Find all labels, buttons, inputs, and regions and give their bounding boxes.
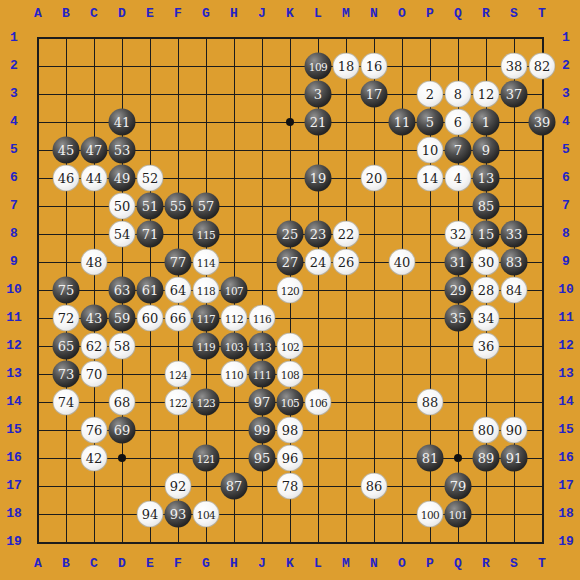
stone-move-number: 18 bbox=[338, 59, 355, 74]
stone-move-number: 14 bbox=[422, 171, 439, 186]
stone-black-11: 11 bbox=[389, 109, 416, 136]
row-label-right: 3 bbox=[553, 87, 579, 101]
stone-move-number: 22 bbox=[338, 227, 355, 242]
stone-black-75: 75 bbox=[53, 277, 80, 304]
stone-move-number: 9 bbox=[482, 143, 490, 158]
row-label-left: 16 bbox=[1, 451, 27, 465]
stone-move-number: 107 bbox=[225, 284, 244, 296]
row-label-left: 19 bbox=[1, 535, 27, 549]
stone-move-number: 118 bbox=[197, 284, 216, 296]
row-label-right: 12 bbox=[553, 339, 579, 353]
stone-move-number: 111 bbox=[253, 368, 272, 380]
stone-white-68: 68 bbox=[109, 389, 136, 416]
stone-move-number: 100 bbox=[421, 508, 440, 520]
stone-move-number: 94 bbox=[142, 507, 159, 522]
column-label-bottom: L bbox=[305, 557, 331, 571]
stone-move-number: 65 bbox=[58, 339, 75, 354]
stone-black-39: 39 bbox=[529, 109, 556, 136]
row-label-right: 6 bbox=[553, 171, 579, 185]
stone-white-80: 80 bbox=[473, 417, 500, 444]
star-point bbox=[286, 118, 294, 126]
stone-white-100: 100 bbox=[417, 501, 444, 528]
stone-move-number: 41 bbox=[114, 115, 131, 130]
stone-white-6: 6 bbox=[445, 109, 472, 136]
stone-black-81: 81 bbox=[417, 445, 444, 472]
stone-move-number: 52 bbox=[142, 171, 159, 186]
stone-move-number: 19 bbox=[310, 171, 327, 186]
column-label-top: L bbox=[305, 7, 331, 21]
stone-move-number: 37 bbox=[506, 87, 523, 102]
stone-white-12: 12 bbox=[473, 81, 500, 108]
column-label-top: O bbox=[389, 7, 415, 21]
stone-white-16: 16 bbox=[361, 53, 388, 80]
stone-white-62: 62 bbox=[81, 333, 108, 360]
stone-black-1: 1 bbox=[473, 109, 500, 136]
stone-move-number: 122 bbox=[169, 396, 188, 408]
column-label-bottom: D bbox=[109, 557, 135, 571]
stone-move-number: 33 bbox=[506, 227, 523, 242]
stone-move-number: 114 bbox=[197, 256, 216, 268]
stone-black-113: 113 bbox=[249, 333, 276, 360]
stone-move-number: 27 bbox=[282, 255, 299, 270]
row-label-right: 17 bbox=[553, 479, 579, 493]
stone-move-number: 68 bbox=[114, 395, 131, 410]
stone-move-number: 85 bbox=[478, 199, 495, 214]
stone-black-51: 51 bbox=[137, 193, 164, 220]
column-label-bottom: K bbox=[277, 557, 303, 571]
stone-move-number: 124 bbox=[169, 368, 188, 380]
stone-white-10: 10 bbox=[417, 137, 444, 164]
stone-black-111: 111 bbox=[249, 361, 276, 388]
stone-move-number: 61 bbox=[142, 283, 159, 298]
stone-move-number: 96 bbox=[282, 451, 299, 466]
stone-move-number: 70 bbox=[86, 367, 103, 382]
stone-white-36: 36 bbox=[473, 333, 500, 360]
column-label-top: D bbox=[109, 7, 135, 21]
stone-move-number: 24 bbox=[310, 255, 327, 270]
stone-move-number: 34 bbox=[478, 311, 495, 326]
stone-move-number: 15 bbox=[478, 227, 495, 242]
stone-move-number: 28 bbox=[478, 283, 495, 298]
stone-move-number: 80 bbox=[478, 423, 495, 438]
stone-white-86: 86 bbox=[361, 473, 388, 500]
column-label-top: F bbox=[165, 7, 191, 21]
stone-white-58: 58 bbox=[109, 333, 136, 360]
stone-white-34: 34 bbox=[473, 305, 500, 332]
stone-white-106: 106 bbox=[305, 389, 332, 416]
stone-white-94: 94 bbox=[137, 501, 164, 528]
stone-move-number: 89 bbox=[478, 451, 495, 466]
stone-move-number: 105 bbox=[281, 396, 300, 408]
stone-black-99: 99 bbox=[249, 417, 276, 444]
stone-black-13: 13 bbox=[473, 165, 500, 192]
stone-black-63: 63 bbox=[109, 277, 136, 304]
column-label-top: G bbox=[193, 7, 219, 21]
stone-move-number: 116 bbox=[253, 312, 272, 324]
stone-move-number: 54 bbox=[114, 227, 131, 242]
stone-move-number: 69 bbox=[114, 423, 131, 438]
column-label-bottom: H bbox=[221, 557, 247, 571]
stone-move-number: 79 bbox=[450, 479, 467, 494]
stone-move-number: 81 bbox=[422, 451, 439, 466]
stone-move-number: 112 bbox=[225, 312, 244, 324]
stone-move-number: 44 bbox=[86, 171, 103, 186]
stone-move-number: 84 bbox=[506, 283, 523, 298]
stone-white-96: 96 bbox=[277, 445, 304, 472]
stone-move-number: 26 bbox=[338, 255, 355, 270]
stone-move-number: 4 bbox=[454, 171, 462, 186]
row-label-left: 13 bbox=[1, 367, 27, 381]
stone-black-41: 41 bbox=[109, 109, 136, 136]
stone-move-number: 98 bbox=[282, 423, 299, 438]
stone-move-number: 43 bbox=[86, 311, 103, 326]
stone-move-number: 16 bbox=[366, 59, 383, 74]
stone-white-26: 26 bbox=[333, 249, 360, 276]
stone-black-53: 53 bbox=[109, 137, 136, 164]
column-label-top: P bbox=[417, 7, 443, 21]
stone-white-108: 108 bbox=[277, 361, 304, 388]
row-label-left: 9 bbox=[1, 255, 27, 269]
row-label-left: 12 bbox=[1, 339, 27, 353]
stone-black-123: 123 bbox=[193, 389, 220, 416]
stone-move-number: 23 bbox=[310, 227, 327, 242]
stone-move-number: 57 bbox=[198, 199, 215, 214]
row-label-right: 4 bbox=[553, 115, 579, 129]
stone-white-78: 78 bbox=[277, 473, 304, 500]
stone-move-number: 66 bbox=[170, 311, 187, 326]
stone-white-98: 98 bbox=[277, 417, 304, 444]
stone-black-69: 69 bbox=[109, 417, 136, 444]
stone-move-number: 120 bbox=[281, 284, 300, 296]
stone-black-37: 37 bbox=[501, 81, 528, 108]
stone-move-number: 46 bbox=[58, 171, 75, 186]
stone-move-number: 95 bbox=[254, 451, 271, 466]
stone-white-54: 54 bbox=[109, 221, 136, 248]
stone-move-number: 47 bbox=[86, 143, 103, 158]
stone-white-88: 88 bbox=[417, 389, 444, 416]
stone-white-116: 116 bbox=[249, 305, 276, 332]
stone-white-46: 46 bbox=[53, 165, 80, 192]
stone-move-number: 90 bbox=[506, 423, 523, 438]
stone-black-101: 101 bbox=[445, 501, 472, 528]
stone-white-76: 76 bbox=[81, 417, 108, 444]
row-label-right: 8 bbox=[553, 227, 579, 241]
stone-move-number: 20 bbox=[366, 171, 383, 186]
stone-white-48: 48 bbox=[81, 249, 108, 276]
stone-move-number: 76 bbox=[86, 423, 103, 438]
stone-move-number: 45 bbox=[58, 143, 75, 158]
stone-black-61: 61 bbox=[137, 277, 164, 304]
stone-black-97: 97 bbox=[249, 389, 276, 416]
stone-move-number: 40 bbox=[394, 255, 411, 270]
stone-white-118: 118 bbox=[193, 277, 220, 304]
stone-white-74: 74 bbox=[53, 389, 80, 416]
stone-move-number: 77 bbox=[170, 255, 187, 270]
stone-black-43: 43 bbox=[81, 305, 108, 332]
column-label-bottom: F bbox=[165, 557, 191, 571]
stone-black-23: 23 bbox=[305, 221, 332, 248]
column-label-top: A bbox=[25, 7, 51, 21]
row-label-right: 1 bbox=[553, 31, 579, 45]
stone-black-103: 103 bbox=[221, 333, 248, 360]
stone-move-number: 50 bbox=[114, 199, 131, 214]
stone-move-number: 117 bbox=[197, 312, 216, 324]
stone-move-number: 30 bbox=[478, 255, 495, 270]
stone-move-number: 3 bbox=[314, 87, 322, 102]
stone-black-105: 105 bbox=[277, 389, 304, 416]
stone-white-120: 120 bbox=[277, 277, 304, 304]
stone-white-40: 40 bbox=[389, 249, 416, 276]
stone-move-number: 88 bbox=[422, 395, 439, 410]
stone-move-number: 11 bbox=[394, 115, 411, 130]
stone-move-number: 64 bbox=[170, 283, 187, 298]
row-label-left: 6 bbox=[1, 171, 27, 185]
stone-black-27: 27 bbox=[277, 249, 304, 276]
stone-move-number: 62 bbox=[86, 339, 103, 354]
stone-move-number: 58 bbox=[114, 339, 131, 354]
stone-black-9: 9 bbox=[473, 137, 500, 164]
stone-white-124: 124 bbox=[165, 361, 192, 388]
column-label-bottom: O bbox=[389, 557, 415, 571]
stone-move-number: 10 bbox=[422, 143, 439, 158]
stone-move-number: 51 bbox=[142, 199, 159, 214]
column-label-top: C bbox=[81, 7, 107, 21]
stone-white-18: 18 bbox=[333, 53, 360, 80]
stone-black-89: 89 bbox=[473, 445, 500, 472]
stone-move-number: 102 bbox=[281, 340, 300, 352]
row-label-left: 10 bbox=[1, 283, 27, 297]
row-label-right: 5 bbox=[553, 143, 579, 157]
column-label-bottom: B bbox=[53, 557, 79, 571]
stone-move-number: 5 bbox=[426, 115, 434, 130]
stone-move-number: 60 bbox=[142, 311, 159, 326]
stone-white-112: 112 bbox=[221, 305, 248, 332]
stone-move-number: 82 bbox=[534, 59, 551, 74]
row-label-left: 7 bbox=[1, 199, 27, 213]
stone-move-number: 13 bbox=[478, 171, 495, 186]
stone-white-66: 66 bbox=[165, 305, 192, 332]
stone-black-71: 71 bbox=[137, 221, 164, 248]
stone-white-52: 52 bbox=[137, 165, 164, 192]
stone-white-38: 38 bbox=[501, 53, 528, 80]
stone-white-90: 90 bbox=[501, 417, 528, 444]
stone-move-number: 2 bbox=[426, 87, 434, 102]
stone-black-83: 83 bbox=[501, 249, 528, 276]
stone-move-number: 108 bbox=[281, 368, 300, 380]
stone-move-number: 72 bbox=[58, 311, 75, 326]
stone-move-number: 63 bbox=[114, 283, 131, 298]
stone-white-104: 104 bbox=[193, 501, 220, 528]
stone-white-30: 30 bbox=[473, 249, 500, 276]
stone-move-number: 75 bbox=[58, 283, 75, 298]
row-label-left: 14 bbox=[1, 395, 27, 409]
stone-move-number: 42 bbox=[86, 451, 103, 466]
row-label-left: 1 bbox=[1, 31, 27, 45]
stone-move-number: 93 bbox=[170, 507, 187, 522]
column-label-bottom: R bbox=[473, 557, 499, 571]
column-label-bottom: M bbox=[333, 557, 359, 571]
stone-move-number: 113 bbox=[253, 340, 272, 352]
stone-move-number: 106 bbox=[309, 396, 328, 408]
column-label-top: J bbox=[249, 7, 275, 21]
column-label-top: R bbox=[473, 7, 499, 21]
row-label-right: 18 bbox=[553, 507, 579, 521]
stone-white-14: 14 bbox=[417, 165, 444, 192]
stone-move-number: 29 bbox=[450, 283, 467, 298]
stone-black-17: 17 bbox=[361, 81, 388, 108]
stone-white-114: 114 bbox=[193, 249, 220, 276]
stone-black-15: 15 bbox=[473, 221, 500, 248]
row-label-right: 7 bbox=[553, 199, 579, 213]
stone-black-45: 45 bbox=[53, 137, 80, 164]
stone-move-number: 83 bbox=[506, 255, 523, 270]
stone-black-91: 91 bbox=[501, 445, 528, 472]
stone-white-84: 84 bbox=[501, 277, 528, 304]
go-board[interactable]: AABBCCDDEEFFGGHHJJKKLLMMNNOOPPQQRRSSTT11… bbox=[0, 0, 580, 580]
stone-black-55: 55 bbox=[165, 193, 192, 220]
row-label-right: 19 bbox=[553, 535, 579, 549]
row-label-right: 15 bbox=[553, 423, 579, 437]
stone-move-number: 119 bbox=[197, 340, 216, 352]
column-label-top: N bbox=[361, 7, 387, 21]
row-label-left: 18 bbox=[1, 507, 27, 521]
column-label-bottom: P bbox=[417, 557, 443, 571]
column-label-bottom: N bbox=[361, 557, 387, 571]
stone-move-number: 36 bbox=[478, 339, 495, 354]
stone-move-number: 109 bbox=[309, 60, 328, 72]
stone-move-number: 74 bbox=[58, 395, 75, 410]
stone-black-59: 59 bbox=[109, 305, 136, 332]
stone-black-49: 49 bbox=[109, 165, 136, 192]
column-label-top: S bbox=[501, 7, 527, 21]
row-label-right: 10 bbox=[553, 283, 579, 297]
stone-move-number: 48 bbox=[86, 255, 103, 270]
row-label-right: 13 bbox=[553, 367, 579, 381]
stone-black-109: 109 bbox=[305, 53, 332, 80]
stone-move-number: 115 bbox=[197, 228, 216, 240]
stone-white-72: 72 bbox=[53, 305, 80, 332]
stone-move-number: 97 bbox=[254, 395, 271, 410]
row-label-left: 17 bbox=[1, 479, 27, 493]
stone-black-77: 77 bbox=[165, 249, 192, 276]
column-label-top: M bbox=[333, 7, 359, 21]
stone-move-number: 6 bbox=[454, 115, 462, 130]
row-label-right: 9 bbox=[553, 255, 579, 269]
column-label-top: E bbox=[137, 7, 163, 21]
stone-move-number: 73 bbox=[58, 367, 75, 382]
stone-white-2: 2 bbox=[417, 81, 444, 108]
stone-black-93: 93 bbox=[165, 501, 192, 528]
stone-move-number: 8 bbox=[454, 87, 462, 102]
stone-white-60: 60 bbox=[137, 305, 164, 332]
stone-move-number: 31 bbox=[450, 255, 467, 270]
column-label-bottom: A bbox=[25, 557, 51, 571]
stone-black-119: 119 bbox=[193, 333, 220, 360]
stone-move-number: 21 bbox=[310, 115, 327, 130]
stone-black-5: 5 bbox=[417, 109, 444, 136]
stone-move-number: 39 bbox=[534, 115, 551, 130]
stone-black-19: 19 bbox=[305, 165, 332, 192]
stone-white-28: 28 bbox=[473, 277, 500, 304]
row-label-left: 3 bbox=[1, 87, 27, 101]
stone-black-107: 107 bbox=[221, 277, 248, 304]
column-label-top: T bbox=[529, 7, 555, 21]
stone-black-47: 47 bbox=[81, 137, 108, 164]
stone-black-57: 57 bbox=[193, 193, 220, 220]
stone-white-64: 64 bbox=[165, 277, 192, 304]
stone-black-95: 95 bbox=[249, 445, 276, 472]
stone-move-number: 71 bbox=[142, 227, 159, 242]
row-label-right: 2 bbox=[553, 59, 579, 73]
stone-move-number: 59 bbox=[114, 311, 131, 326]
stone-move-number: 87 bbox=[226, 479, 243, 494]
stone-move-number: 121 bbox=[197, 452, 216, 464]
row-label-left: 15 bbox=[1, 423, 27, 437]
stone-move-number: 78 bbox=[282, 479, 299, 494]
column-label-top: Q bbox=[445, 7, 471, 21]
stone-move-number: 101 bbox=[449, 508, 468, 520]
stone-black-7: 7 bbox=[445, 137, 472, 164]
stone-move-number: 99 bbox=[254, 423, 271, 438]
stone-white-32: 32 bbox=[445, 221, 472, 248]
stone-black-33: 33 bbox=[501, 221, 528, 248]
row-label-right: 11 bbox=[553, 311, 579, 325]
row-label-left: 8 bbox=[1, 227, 27, 241]
stone-black-73: 73 bbox=[53, 361, 80, 388]
stone-white-8: 8 bbox=[445, 81, 472, 108]
column-label-top: K bbox=[277, 7, 303, 21]
row-label-right: 16 bbox=[553, 451, 579, 465]
stone-move-number: 110 bbox=[225, 368, 244, 380]
stone-white-50: 50 bbox=[109, 193, 136, 220]
stone-move-number: 92 bbox=[170, 479, 187, 494]
column-label-bottom: C bbox=[81, 557, 107, 571]
stone-black-79: 79 bbox=[445, 473, 472, 500]
column-label-bottom: J bbox=[249, 557, 275, 571]
stone-black-87: 87 bbox=[221, 473, 248, 500]
stone-white-44: 44 bbox=[81, 165, 108, 192]
stone-white-42: 42 bbox=[81, 445, 108, 472]
stone-move-number: 35 bbox=[450, 311, 467, 326]
stone-white-122: 122 bbox=[165, 389, 192, 416]
stone-move-number: 32 bbox=[450, 227, 467, 242]
column-label-bottom: Q bbox=[445, 557, 471, 571]
stone-white-92: 92 bbox=[165, 473, 192, 500]
stone-move-number: 1 bbox=[482, 115, 490, 130]
stone-move-number: 17 bbox=[366, 87, 383, 102]
stone-move-number: 7 bbox=[454, 143, 462, 158]
stone-move-number: 104 bbox=[197, 508, 216, 520]
stone-black-25: 25 bbox=[277, 221, 304, 248]
stone-white-82: 82 bbox=[529, 53, 556, 80]
stone-black-117: 117 bbox=[193, 305, 220, 332]
stone-black-3: 3 bbox=[305, 81, 332, 108]
row-label-left: 11 bbox=[1, 311, 27, 325]
stone-black-35: 35 bbox=[445, 305, 472, 332]
row-label-left: 2 bbox=[1, 59, 27, 73]
row-label-left: 4 bbox=[1, 115, 27, 129]
stone-white-110: 110 bbox=[221, 361, 248, 388]
stone-black-115: 115 bbox=[193, 221, 220, 248]
stone-move-number: 25 bbox=[282, 227, 299, 242]
stone-move-number: 53 bbox=[114, 143, 131, 158]
stone-white-24: 24 bbox=[305, 249, 332, 276]
star-point bbox=[454, 454, 462, 462]
stone-move-number: 86 bbox=[366, 479, 383, 494]
stone-white-4: 4 bbox=[445, 165, 472, 192]
stone-move-number: 49 bbox=[114, 171, 131, 186]
stone-move-number: 103 bbox=[225, 340, 244, 352]
